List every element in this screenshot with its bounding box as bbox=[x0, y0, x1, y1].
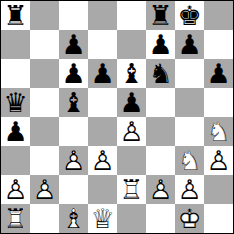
square-d1[interactable]: ♛♕ bbox=[88, 204, 117, 233]
square-a8[interactable]: ♜ bbox=[1, 1, 30, 30]
piece-white-pawn: ♟♙ bbox=[59, 146, 88, 175]
piece-white-knight: ♞♘ bbox=[175, 146, 204, 175]
square-h1[interactable] bbox=[204, 204, 233, 233]
square-b5[interactable] bbox=[30, 88, 59, 117]
square-g8[interactable]: ♚ bbox=[175, 1, 204, 30]
piece-black-king: ♚ bbox=[175, 1, 204, 30]
square-f2[interactable]: ♟♙ bbox=[146, 175, 175, 204]
square-c3[interactable]: ♟♙ bbox=[59, 146, 88, 175]
square-c4[interactable] bbox=[59, 117, 88, 146]
square-g5[interactable] bbox=[175, 88, 204, 117]
chess-board: ♜♜♚♟♟♟♟♟♝♞♟♛♝♟♟♟♙♞♘♟♙♟♙♞♘♟♙♟♙♟♙♜♖♟♙♟♙♜♖♝… bbox=[0, 0, 234, 234]
piece-black-pawn: ♟ bbox=[175, 30, 204, 59]
piece-black-pawn: ♟ bbox=[88, 59, 117, 88]
square-e6[interactable]: ♝ bbox=[117, 59, 146, 88]
piece-black-bishop: ♝ bbox=[59, 88, 88, 117]
piece-black-pawn: ♟ bbox=[117, 88, 146, 117]
square-e1[interactable] bbox=[117, 204, 146, 233]
piece-white-pawn: ♟♙ bbox=[1, 175, 30, 204]
square-f6[interactable]: ♞ bbox=[146, 59, 175, 88]
square-g6[interactable] bbox=[175, 59, 204, 88]
square-g2[interactable]: ♟♙ bbox=[175, 175, 204, 204]
piece-white-pawn: ♟♙ bbox=[30, 175, 59, 204]
piece-black-knight: ♞ bbox=[146, 59, 175, 88]
square-h6[interactable]: ♟ bbox=[204, 59, 233, 88]
square-h8[interactable] bbox=[204, 1, 233, 30]
square-g1[interactable]: ♚♔ bbox=[175, 204, 204, 233]
piece-white-knight: ♞♘ bbox=[204, 117, 233, 146]
square-c7[interactable]: ♟ bbox=[59, 30, 88, 59]
square-c6[interactable]: ♟ bbox=[59, 59, 88, 88]
piece-white-pawn: ♟♙ bbox=[175, 175, 204, 204]
square-c2[interactable] bbox=[59, 175, 88, 204]
piece-black-rook: ♜ bbox=[146, 1, 175, 30]
square-f4[interactable] bbox=[146, 117, 175, 146]
piece-black-rook: ♜ bbox=[1, 1, 30, 30]
square-f7[interactable]: ♟ bbox=[146, 30, 175, 59]
square-d7[interactable] bbox=[88, 30, 117, 59]
square-f8[interactable]: ♜ bbox=[146, 1, 175, 30]
piece-black-pawn: ♟ bbox=[1, 117, 30, 146]
square-b8[interactable] bbox=[30, 1, 59, 30]
square-g4[interactable] bbox=[175, 117, 204, 146]
square-d4[interactable] bbox=[88, 117, 117, 146]
square-g3[interactable]: ♞♘ bbox=[175, 146, 204, 175]
square-g7[interactable]: ♟ bbox=[175, 30, 204, 59]
square-a4[interactable]: ♟ bbox=[1, 117, 30, 146]
piece-black-pawn: ♟ bbox=[204, 59, 233, 88]
square-a5[interactable]: ♛ bbox=[1, 88, 30, 117]
piece-white-king: ♚♔ bbox=[175, 204, 204, 233]
square-e2[interactable]: ♜♖ bbox=[117, 175, 146, 204]
piece-white-rook: ♜♖ bbox=[1, 204, 30, 233]
square-a6[interactable] bbox=[1, 59, 30, 88]
square-h4[interactable]: ♞♘ bbox=[204, 117, 233, 146]
piece-black-bishop: ♝ bbox=[117, 59, 146, 88]
piece-white-queen: ♛♕ bbox=[88, 204, 117, 233]
square-f3[interactable] bbox=[146, 146, 175, 175]
square-h3[interactable]: ♟♙ bbox=[204, 146, 233, 175]
piece-black-pawn: ♟ bbox=[146, 30, 175, 59]
piece-black-pawn: ♟ bbox=[59, 59, 88, 88]
square-a7[interactable] bbox=[1, 30, 30, 59]
square-b1[interactable] bbox=[30, 204, 59, 233]
square-b3[interactable] bbox=[30, 146, 59, 175]
square-a1[interactable]: ♜♖ bbox=[1, 204, 30, 233]
square-h7[interactable] bbox=[204, 30, 233, 59]
piece-white-pawn: ♟♙ bbox=[88, 146, 117, 175]
square-b2[interactable]: ♟♙ bbox=[30, 175, 59, 204]
square-e3[interactable] bbox=[117, 146, 146, 175]
piece-white-pawn: ♟♙ bbox=[146, 175, 175, 204]
piece-white-rook: ♜♖ bbox=[117, 175, 146, 204]
square-b6[interactable] bbox=[30, 59, 59, 88]
square-e8[interactable] bbox=[117, 1, 146, 30]
square-d5[interactable] bbox=[88, 88, 117, 117]
square-f5[interactable] bbox=[146, 88, 175, 117]
piece-white-bishop: ♝♗ bbox=[59, 204, 88, 233]
square-h5[interactable] bbox=[204, 88, 233, 117]
square-c1[interactable]: ♝♗ bbox=[59, 204, 88, 233]
square-c5[interactable]: ♝ bbox=[59, 88, 88, 117]
piece-white-pawn: ♟♙ bbox=[117, 117, 146, 146]
square-b4[interactable] bbox=[30, 117, 59, 146]
square-d2[interactable] bbox=[88, 175, 117, 204]
square-e4[interactable]: ♟♙ bbox=[117, 117, 146, 146]
square-d6[interactable]: ♟ bbox=[88, 59, 117, 88]
square-d8[interactable] bbox=[88, 1, 117, 30]
square-a2[interactable]: ♟♙ bbox=[1, 175, 30, 204]
piece-white-pawn: ♟♙ bbox=[204, 146, 233, 175]
square-h2[interactable] bbox=[204, 175, 233, 204]
piece-black-queen: ♛ bbox=[1, 88, 30, 117]
square-e5[interactable]: ♟ bbox=[117, 88, 146, 117]
square-c8[interactable] bbox=[59, 1, 88, 30]
piece-black-pawn: ♟ bbox=[59, 30, 88, 59]
square-f1[interactable] bbox=[146, 204, 175, 233]
square-a3[interactable] bbox=[1, 146, 30, 175]
square-b7[interactable] bbox=[30, 30, 59, 59]
square-e7[interactable] bbox=[117, 30, 146, 59]
square-d3[interactable]: ♟♙ bbox=[88, 146, 117, 175]
